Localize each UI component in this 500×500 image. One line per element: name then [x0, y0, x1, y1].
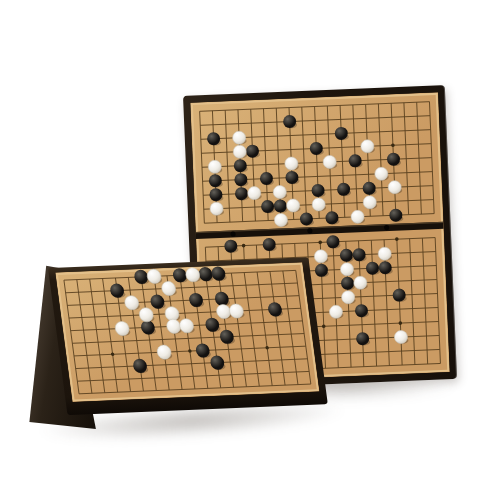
white-stone [329, 305, 343, 319]
white-stone [286, 199, 300, 213]
foreground-go-board-surface [55, 262, 319, 402]
white-stone [247, 186, 261, 200]
product-photo-scene [0, 0, 500, 500]
white-stone [363, 196, 377, 210]
white-stone [361, 140, 375, 154]
white-stone [274, 213, 288, 227]
white-stone [341, 290, 355, 304]
foreground-go-board [48, 257, 328, 415]
white-stone [323, 155, 337, 169]
white-stone [232, 131, 246, 145]
white-stone [388, 180, 402, 194]
white-stone [285, 157, 299, 171]
white-stone [314, 250, 328, 264]
white-stone [273, 185, 287, 199]
white-stone [375, 167, 389, 181]
white-stone [208, 160, 222, 174]
white-stone [312, 198, 326, 212]
white-stone [394, 330, 408, 344]
white-stone [351, 210, 365, 224]
white-stone [233, 145, 247, 159]
white-stone [354, 276, 368, 290]
white-stone [210, 202, 224, 216]
white-stone [378, 247, 392, 261]
white-stone [340, 263, 354, 277]
